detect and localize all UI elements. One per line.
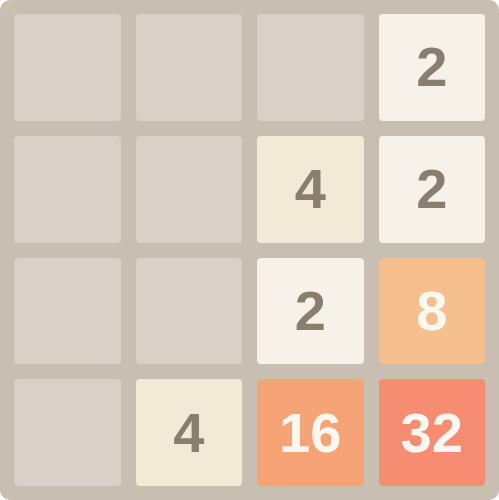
empty-cell-r2c1: [136, 258, 243, 365]
tile-32-r3c3: 32: [379, 379, 486, 486]
empty-cell-r0c0: [14, 14, 121, 121]
tile-2-r2c2: 2: [257, 258, 364, 365]
empty-cell-r3c0: [14, 379, 121, 486]
empty-cell-r0c2: [257, 14, 364, 121]
tile-4-r1c2: 4: [257, 136, 364, 243]
empty-cell-r1c1: [136, 136, 243, 243]
tile-16-r3c2: 16: [257, 379, 364, 486]
empty-cell-r1c0: [14, 136, 121, 243]
tile-2-r0c3: 2: [379, 14, 486, 121]
tile-8-r2c3: 8: [379, 258, 486, 365]
tile-4-r3c1: 4: [136, 379, 243, 486]
empty-cell-r0c1: [136, 14, 243, 121]
tile-2-r1c3: 2: [379, 136, 486, 243]
empty-cell-r2c0: [14, 258, 121, 365]
2048-board[interactable]: 2422841632: [0, 0, 499, 500]
